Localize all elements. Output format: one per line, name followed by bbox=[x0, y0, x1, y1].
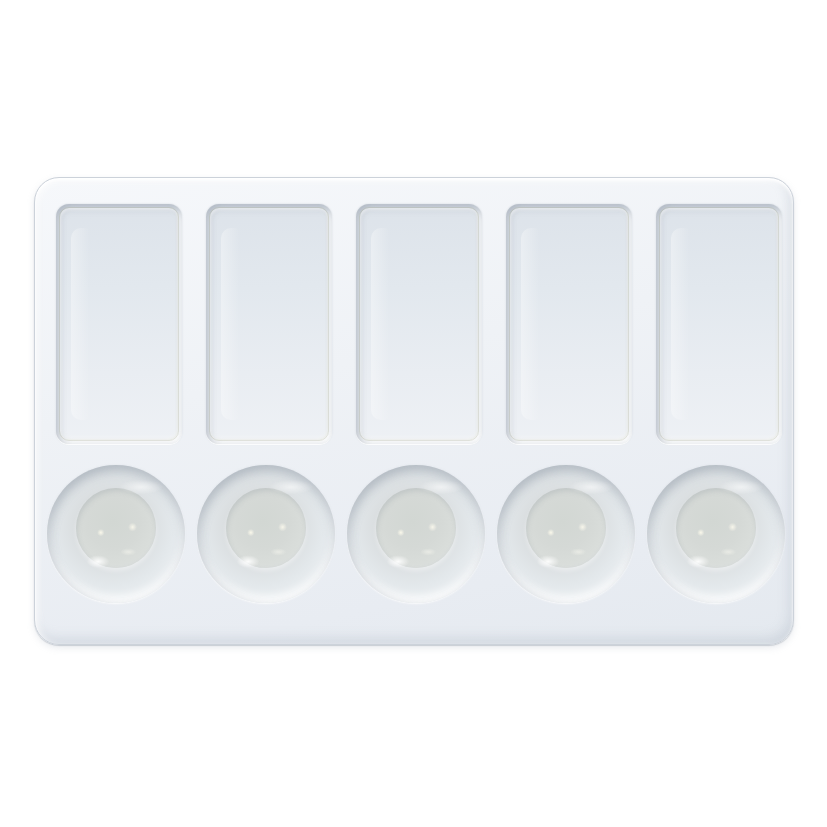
rect-well-5 bbox=[656, 204, 782, 444]
round-well-5 bbox=[647, 465, 785, 603]
rect-well-2 bbox=[206, 204, 332, 444]
photo-canvas bbox=[0, 0, 827, 827]
rect-well-reflection bbox=[221, 228, 244, 420]
round-well-3 bbox=[347, 465, 485, 603]
round-wells-row bbox=[47, 465, 785, 603]
paint-palette-tray bbox=[34, 177, 794, 645]
round-well-1 bbox=[47, 465, 185, 603]
round-well-2 bbox=[197, 465, 335, 603]
rect-well-1 bbox=[56, 204, 182, 444]
round-well-highlights bbox=[197, 465, 335, 603]
round-well-4 bbox=[497, 465, 635, 603]
round-well-highlights bbox=[647, 465, 785, 603]
rect-well-3 bbox=[356, 204, 482, 444]
round-well-highlights bbox=[47, 465, 185, 603]
rect-well-reflection bbox=[71, 228, 94, 420]
rect-wells-row bbox=[56, 204, 782, 444]
rect-well-reflection bbox=[371, 228, 394, 420]
rect-well-4 bbox=[506, 204, 632, 444]
round-well-highlights bbox=[497, 465, 635, 603]
rect-well-reflection bbox=[671, 228, 694, 420]
round-well-highlights bbox=[347, 465, 485, 603]
rect-well-reflection bbox=[521, 228, 544, 420]
